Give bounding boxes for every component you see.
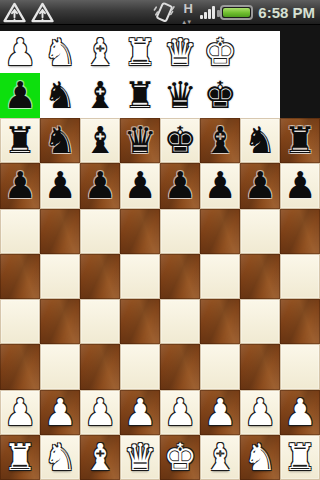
palette-black-king[interactable]: ♚ <box>200 73 240 118</box>
black-bishop-piece: ♝ <box>83 77 116 114</box>
square-a8[interactable]: ♜ <box>0 118 40 163</box>
black-rook-piece: ♜ <box>3 122 36 159</box>
square-e8[interactable]: ♚ <box>160 118 200 163</box>
square-g6[interactable] <box>240 209 280 254</box>
square-d8[interactable]: ♛ <box>120 118 160 163</box>
white-king-piece: ♚ <box>203 34 236 71</box>
hspa-letter: H <box>181 2 195 16</box>
square-f3[interactable] <box>200 344 240 389</box>
square-d1[interactable]: ♛ <box>120 435 160 480</box>
white-rook-piece: ♜ <box>3 439 36 476</box>
white-pawn-piece: ♟ <box>43 394 76 431</box>
square-a5[interactable] <box>0 254 40 299</box>
white-pawn-piece: ♟ <box>203 394 236 431</box>
square-a6[interactable] <box>0 209 40 254</box>
palette-black-pawn[interactable]: ♟ <box>0 73 40 118</box>
palette-white-pawn[interactable]: ♟ <box>0 31 40 73</box>
square-h3[interactable] <box>280 344 320 389</box>
square-g1[interactable]: ♞ <box>240 435 280 480</box>
palette-row-white: ♟♞♝♜♛♚ <box>0 31 280 73</box>
black-rook-piece: ♜ <box>283 122 316 159</box>
square-a4[interactable] <box>0 299 40 344</box>
square-f2[interactable]: ♟ <box>200 390 240 435</box>
black-pawn-piece: ♟ <box>83 167 116 204</box>
black-king-piece: ♚ <box>163 122 196 159</box>
notification-area <box>3 2 54 23</box>
status-bar-clock: 6:58 PM <box>258 4 317 21</box>
palette-white-king[interactable]: ♚ <box>200 31 240 73</box>
white-pawn-piece: ♟ <box>123 394 156 431</box>
square-g5[interactable] <box>240 254 280 299</box>
black-bishop-piece: ♝ <box>83 122 116 159</box>
square-b8[interactable]: ♞ <box>40 118 80 163</box>
white-rook-piece: ♜ <box>123 34 156 71</box>
black-pawn-piece: ♟ <box>123 167 156 204</box>
square-c8[interactable]: ♝ <box>80 118 120 163</box>
square-f7[interactable]: ♟ <box>200 163 240 208</box>
palette-white-bishop[interactable]: ♝ <box>80 31 120 73</box>
warning-triangle-icon <box>31 2 54 23</box>
square-e4[interactable] <box>160 299 200 344</box>
white-knight-piece: ♞ <box>243 439 276 476</box>
white-pawn-piece: ♟ <box>283 394 316 431</box>
square-b1[interactable]: ♞ <box>40 435 80 480</box>
square-d6[interactable] <box>120 209 160 254</box>
square-h7[interactable]: ♟ <box>280 163 320 208</box>
square-a1[interactable]: ♜ <box>0 435 40 480</box>
square-c6[interactable] <box>80 209 120 254</box>
white-pawn-piece: ♟ <box>243 394 276 431</box>
square-e7[interactable]: ♟ <box>160 163 200 208</box>
palette-row-black: ♟♞♝♜♛♚ <box>0 73 280 118</box>
black-pawn-piece: ♟ <box>243 167 276 204</box>
square-c5[interactable] <box>80 254 120 299</box>
square-d3[interactable] <box>120 344 160 389</box>
square-d7[interactable]: ♟ <box>120 163 160 208</box>
white-bishop-piece: ♝ <box>203 439 236 476</box>
square-g3[interactable] <box>240 344 280 389</box>
hspa-arrows-icon: ▲▼ <box>181 20 191 25</box>
square-h8[interactable]: ♜ <box>280 118 320 163</box>
black-king-piece: ♚ <box>203 77 236 114</box>
system-indicator-area: H ▲▼ 6:58 PM <box>152 2 317 22</box>
black-pawn-piece: ♟ <box>163 167 196 204</box>
black-knight-piece: ♞ <box>43 77 76 114</box>
vibrate-icon <box>152 2 176 22</box>
square-b7[interactable]: ♟ <box>40 163 80 208</box>
square-b3[interactable] <box>40 344 80 389</box>
square-c7[interactable]: ♟ <box>80 163 120 208</box>
square-h6[interactable] <box>280 209 320 254</box>
square-c3[interactable] <box>80 344 120 389</box>
square-a3[interactable] <box>0 344 40 389</box>
palette-white-queen[interactable]: ♛ <box>160 31 200 73</box>
white-pawn-piece: ♟ <box>83 394 116 431</box>
white-knight-piece: ♞ <box>43 439 76 476</box>
square-g7[interactable]: ♟ <box>240 163 280 208</box>
black-queen-piece: ♛ <box>163 77 196 114</box>
square-c4[interactable] <box>80 299 120 344</box>
square-h1[interactable]: ♜ <box>280 435 320 480</box>
palette-black-bishop[interactable]: ♝ <box>80 73 120 118</box>
square-e1[interactable]: ♚ <box>160 435 200 480</box>
warning-triangle-icon <box>3 2 26 23</box>
black-pawn-piece: ♟ <box>283 167 316 204</box>
square-g8[interactable]: ♞ <box>240 118 280 163</box>
black-knight-piece: ♞ <box>243 122 276 159</box>
white-pawn-piece: ♟ <box>3 34 36 71</box>
hspa-icon: H ▲▼ <box>181 2 195 22</box>
square-e5[interactable] <box>160 254 200 299</box>
white-bishop-piece: ♝ <box>83 439 116 476</box>
chess-board: ♜♞♝♛♚♝♞♜♟♟♟♟♟♟♟♟♟♟♟♟♟♟♟♟♜♞♝♛♚♝♞♜ <box>0 118 320 480</box>
black-rook-piece: ♜ <box>123 77 156 114</box>
square-b5[interactable] <box>40 254 80 299</box>
square-c1[interactable]: ♝ <box>80 435 120 480</box>
black-bishop-piece: ♝ <box>203 122 236 159</box>
square-b6[interactable] <box>40 209 80 254</box>
battery-icon <box>220 5 253 20</box>
white-rook-piece: ♜ <box>283 439 316 476</box>
square-g4[interactable] <box>240 299 280 344</box>
square-h5[interactable] <box>280 254 320 299</box>
square-f1[interactable]: ♝ <box>200 435 240 480</box>
white-queen-piece: ♛ <box>163 34 196 71</box>
palette-empty-cell <box>240 31 280 73</box>
square-a7[interactable]: ♟ <box>0 163 40 208</box>
palette-black-knight[interactable]: ♞ <box>40 73 80 118</box>
white-knight-piece: ♞ <box>43 34 76 71</box>
white-pawn-piece: ♟ <box>3 394 36 431</box>
square-c2[interactable]: ♟ <box>80 390 120 435</box>
square-e3[interactable] <box>160 344 200 389</box>
square-f4[interactable] <box>200 299 240 344</box>
palette-empty-cell <box>240 73 280 118</box>
square-f8[interactable]: ♝ <box>200 118 240 163</box>
palette-white-rook[interactable]: ♜ <box>120 31 160 73</box>
square-d5[interactable] <box>120 254 160 299</box>
black-queen-piece: ♛ <box>123 122 156 159</box>
palette-black-queen[interactable]: ♛ <box>160 73 200 118</box>
square-e6[interactable] <box>160 209 200 254</box>
white-king-piece: ♚ <box>163 439 196 476</box>
black-pawn-piece: ♟ <box>43 167 76 204</box>
white-pawn-piece: ♟ <box>163 394 196 431</box>
square-f5[interactable] <box>200 254 240 299</box>
square-f6[interactable] <box>200 209 240 254</box>
white-queen-piece: ♛ <box>123 439 156 476</box>
square-b2[interactable]: ♟ <box>40 390 80 435</box>
square-d4[interactable] <box>120 299 160 344</box>
black-pawn-piece: ♟ <box>203 167 236 204</box>
square-h2[interactable]: ♟ <box>280 390 320 435</box>
palette-white-knight[interactable]: ♞ <box>40 31 80 73</box>
signal-strength-icon <box>200 5 215 19</box>
square-h4[interactable] <box>280 299 320 344</box>
square-a2[interactable]: ♟ <box>0 390 40 435</box>
palette-black-rook[interactable]: ♜ <box>120 73 160 118</box>
black-pawn-piece: ♟ <box>3 77 36 114</box>
square-g2[interactable]: ♟ <box>240 390 280 435</box>
white-bishop-piece: ♝ <box>83 34 116 71</box>
square-e2[interactable]: ♟ <box>160 390 200 435</box>
square-b4[interactable] <box>40 299 80 344</box>
piece-palette: ♟♞♝♜♛♚ ♟♞♝♜♛♚ <box>0 31 280 118</box>
status-bar: H ▲▼ 6:58 PM <box>0 0 320 25</box>
black-knight-piece: ♞ <box>43 122 76 159</box>
black-pawn-piece: ♟ <box>3 167 36 204</box>
square-d2[interactable]: ♟ <box>120 390 160 435</box>
